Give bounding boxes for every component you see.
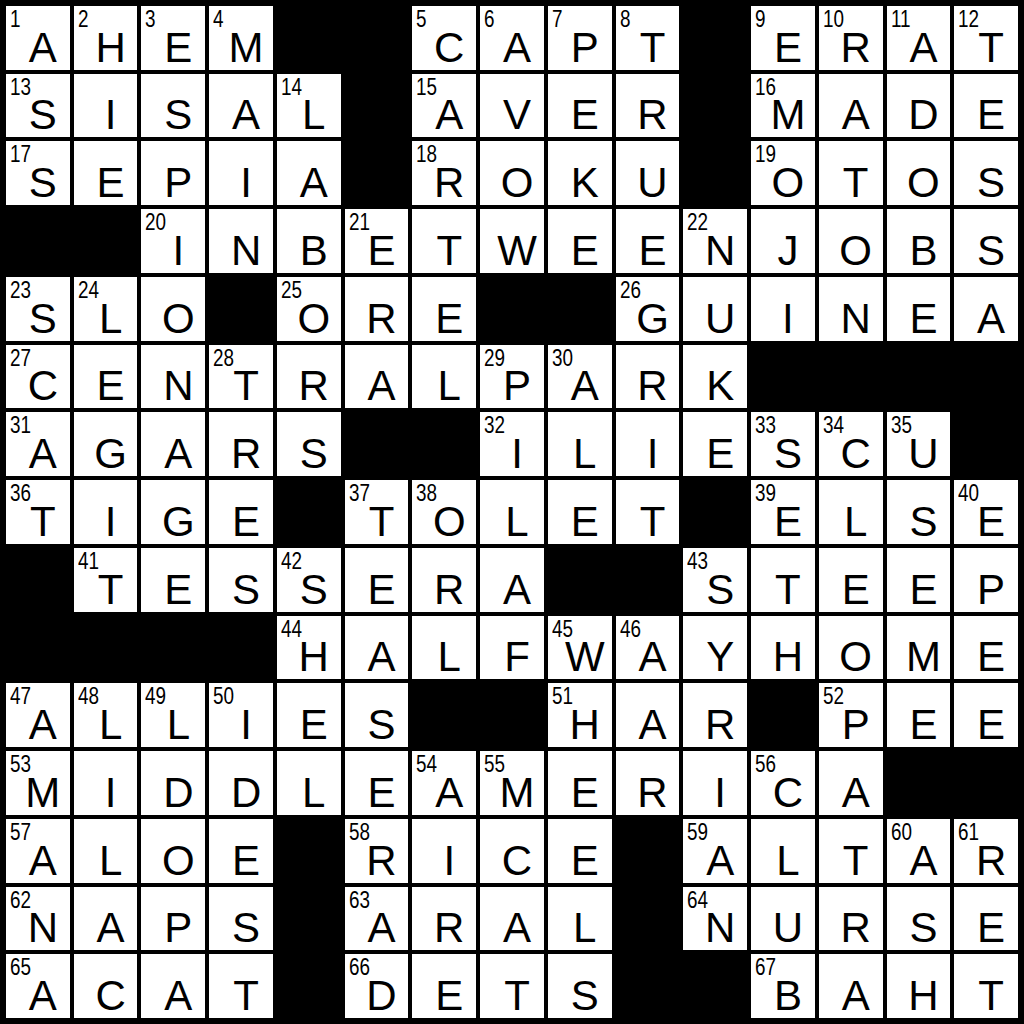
cell-letter: E — [892, 298, 953, 340]
cell-letter: E — [756, 501, 817, 543]
cell-letter: A — [11, 433, 72, 475]
letter-cell-r12c11[interactable]: I — [681, 749, 749, 817]
letter-cell-r14c6[interactable]: 63A — [343, 885, 411, 953]
letter-cell-r8c13[interactable]: L — [817, 478, 885, 546]
letter-cell-r7c5[interactable]: S — [275, 410, 343, 478]
letter-cell-r1c13[interactable]: 10R — [817, 4, 885, 72]
letter-cell-r6c11[interactable]: K — [681, 343, 749, 411]
cell-letter: I — [688, 772, 749, 814]
letter-cell-r15c15[interactable]: T — [952, 952, 1020, 1020]
cell-letter: I — [79, 94, 140, 136]
cell-letter: R — [959, 840, 1020, 882]
letter-cell-r5c3[interactable]: O — [139, 275, 207, 343]
letter-cell-r10c5[interactable]: 44H — [275, 614, 343, 682]
cell-letter: P — [553, 27, 614, 69]
letter-cell-r12c10[interactable]: R — [614, 749, 682, 817]
letter-cell-r12c1[interactable]: 53M — [4, 749, 72, 817]
block-cell — [885, 343, 953, 411]
cell-letter: R — [350, 298, 411, 340]
letter-cell-r13c6[interactable]: 58R — [343, 817, 411, 885]
letter-cell-r5c7[interactable]: E — [410, 275, 478, 343]
letter-cell-r7c2[interactable]: G — [72, 410, 140, 478]
cell-letter: A — [214, 94, 275, 136]
letter-cell-r15c6[interactable]: 66D — [343, 952, 411, 1020]
letter-cell-r5c10[interactable]: 26G — [614, 275, 682, 343]
letter-cell-r6c8[interactable]: 29P — [478, 343, 546, 411]
letter-cell-r13c3[interactable]: O — [139, 817, 207, 885]
letter-cell-r2c3[interactable]: S — [139, 72, 207, 140]
letter-cell-r3c15[interactable]: S — [952, 139, 1020, 207]
letter-cell-r2c10[interactable]: R — [614, 72, 682, 140]
letter-cell-r8c15[interactable]: 40E — [952, 478, 1020, 546]
cell-letter: I — [79, 772, 140, 814]
cell-letter: C — [756, 772, 817, 814]
letter-cell-r4c15[interactable]: S — [952, 207, 1020, 275]
letter-cell-r14c2[interactable]: A — [72, 885, 140, 953]
cell-letter: P — [959, 569, 1020, 611]
cell-letter: L — [485, 501, 546, 543]
letter-cell-r4c12[interactable]: J — [749, 207, 817, 275]
cell-letter: N — [146, 365, 207, 407]
letter-cell-r11c4[interactable]: 50I — [207, 681, 275, 749]
letter-cell-r13c9[interactable]: E — [546, 817, 614, 885]
letter-cell-r7c11[interactable]: E — [681, 410, 749, 478]
cell-letter: E — [892, 704, 953, 746]
letter-cell-r3c3[interactable]: P — [139, 139, 207, 207]
block-cell — [72, 614, 140, 682]
letter-cell-r7c12[interactable]: 33S — [749, 410, 817, 478]
letter-cell-r6c10[interactable]: R — [614, 343, 682, 411]
cell-letter: E — [350, 569, 411, 611]
cell-letter: B — [892, 230, 953, 272]
letter-cell-r6c2[interactable]: E — [72, 343, 140, 411]
letter-cell-r15c4[interactable]: T — [207, 952, 275, 1020]
cell-letter: C — [79, 975, 140, 1017]
letter-cell-r14c8[interactable]: A — [478, 885, 546, 953]
letter-cell-r7c3[interactable]: A — [139, 410, 207, 478]
letter-cell-r4c5[interactable]: B — [275, 207, 343, 275]
letter-cell-r11c1[interactable]: 47A — [4, 681, 72, 749]
letter-cell-r14c7[interactable]: R — [410, 885, 478, 953]
cell-letter: S — [959, 162, 1020, 204]
letter-cell-r5c6[interactable]: R — [343, 275, 411, 343]
letter-cell-r11c5[interactable]: E — [275, 681, 343, 749]
letter-cell-r4c8[interactable]: W — [478, 207, 546, 275]
block-cell — [546, 275, 614, 343]
letter-cell-r11c15[interactable]: E — [952, 681, 1020, 749]
letter-cell-r15c2[interactable]: C — [72, 952, 140, 1020]
letter-cell-r1c1[interactable]: 1A — [4, 4, 72, 72]
letter-cell-r14c3[interactable]: P — [139, 885, 207, 953]
cell-letter: A — [146, 975, 207, 1017]
cell-letter: I — [417, 840, 478, 882]
letter-cell-r11c2[interactable]: 48L — [72, 681, 140, 749]
cell-letter: L — [79, 298, 140, 340]
cell-letter: I — [214, 162, 275, 204]
letter-cell-r4c7[interactable]: T — [410, 207, 478, 275]
cell-letter: I — [621, 433, 682, 475]
cell-letter: I — [79, 501, 140, 543]
cell-letter: R — [282, 365, 343, 407]
letter-cell-r13c1[interactable]: 57A — [4, 817, 72, 885]
letter-cell-r3c9[interactable]: K — [546, 139, 614, 207]
letter-cell-r15c13[interactable]: A — [817, 952, 885, 1020]
letter-cell-r15c12[interactable]: 67B — [749, 952, 817, 1020]
cell-letter: A — [824, 772, 885, 814]
letter-cell-r10c9[interactable]: 45W — [546, 614, 614, 682]
block-cell — [614, 546, 682, 614]
letter-cell-r5c14[interactable]: E — [885, 275, 953, 343]
cell-letter: N — [11, 907, 72, 949]
letter-cell-r12c13[interactable]: A — [817, 749, 885, 817]
letter-cell-r14c9[interactable]: L — [546, 885, 614, 953]
letter-cell-r4c11[interactable]: 22N — [681, 207, 749, 275]
cell-letter: L — [553, 433, 614, 475]
cell-letter: E — [350, 772, 411, 814]
letter-cell-r1c15[interactable]: 12T — [952, 4, 1020, 72]
cell-letter: L — [417, 365, 478, 407]
letter-cell-r7c1[interactable]: 31A — [4, 410, 72, 478]
letter-cell-r6c6[interactable]: A — [343, 343, 411, 411]
letter-cell-r5c15[interactable]: A — [952, 275, 1020, 343]
letter-cell-r4c10[interactable]: E — [614, 207, 682, 275]
cell-letter: A — [824, 975, 885, 1017]
block-cell — [614, 885, 682, 953]
cell-letter: R — [621, 772, 682, 814]
block-cell — [275, 817, 343, 885]
letter-cell-r8c2[interactable]: I — [72, 478, 140, 546]
letter-cell-r9c15[interactable]: P — [952, 546, 1020, 614]
cell-letter: L — [417, 636, 478, 678]
letter-cell-r12c5[interactable]: L — [275, 749, 343, 817]
block-cell — [410, 410, 478, 478]
letter-cell-r1c2[interactable]: 2H — [72, 4, 140, 72]
cell-letter: T — [214, 365, 275, 407]
letter-cell-r12c7[interactable]: 54A — [410, 749, 478, 817]
block-cell — [749, 343, 817, 411]
letter-cell-r9c6[interactable]: E — [343, 546, 411, 614]
cell-letter: T — [824, 162, 885, 204]
letter-cell-r3c8[interactable]: O — [478, 139, 546, 207]
letter-cell-r9c4[interactable]: S — [207, 546, 275, 614]
letter-cell-r11c13[interactable]: 52P — [817, 681, 885, 749]
letter-cell-r15c14[interactable]: H — [885, 952, 953, 1020]
cell-letter: M — [756, 94, 817, 136]
crossword-grid: 1A2H3E4M5C6A7P8T9E10R11A12T13SISA14L15AV… — [0, 0, 1024, 1024]
letter-cell-r11c14[interactable]: E — [885, 681, 953, 749]
letter-cell-r13c8[interactable]: C — [478, 817, 546, 885]
cell-letter: A — [417, 94, 478, 136]
cell-letter: S — [11, 162, 72, 204]
cell-letter: T — [959, 27, 1020, 69]
letter-cell-r14c12[interactable]: U — [749, 885, 817, 953]
letter-cell-r5c13[interactable]: N — [817, 275, 885, 343]
cell-letter: N — [688, 230, 749, 272]
letter-cell-r12c12[interactable]: 56C — [749, 749, 817, 817]
letter-cell-r8c1[interactable]: 36T — [4, 478, 72, 546]
letter-cell-r8c8[interactable]: L — [478, 478, 546, 546]
letter-cell-r4c13[interactable]: O — [817, 207, 885, 275]
cell-letter: I — [756, 298, 817, 340]
cell-letter: S — [11, 94, 72, 136]
letter-cell-r2c12[interactable]: 16M — [749, 72, 817, 140]
cell-letter: T — [417, 230, 478, 272]
letter-cell-r6c7[interactable]: L — [410, 343, 478, 411]
cell-letter: A — [11, 27, 72, 69]
letter-cell-r12c2[interactable]: I — [72, 749, 140, 817]
cell-letter: H — [79, 27, 140, 69]
letter-cell-r7c4[interactable]: R — [207, 410, 275, 478]
letter-cell-r1c3[interactable]: 3E — [139, 4, 207, 72]
cell-letter: A — [485, 569, 546, 611]
cell-letter: E — [417, 975, 478, 1017]
letter-cell-r5c1[interactable]: 23S — [4, 275, 72, 343]
letter-cell-r13c4[interactable]: E — [207, 817, 275, 885]
cell-letter: A — [621, 636, 682, 678]
letter-cell-r9c2[interactable]: 41T — [72, 546, 140, 614]
letter-cell-r1c14[interactable]: 11A — [885, 4, 953, 72]
letter-cell-r9c14[interactable]: E — [885, 546, 953, 614]
block-cell — [343, 72, 411, 140]
letter-cell-r5c11[interactable]: U — [681, 275, 749, 343]
letter-cell-r6c5[interactable]: R — [275, 343, 343, 411]
letter-cell-r2c14[interactable]: D — [885, 72, 953, 140]
letter-cell-r15c7[interactable]: E — [410, 952, 478, 1020]
letter-cell-r13c14[interactable]: 60A — [885, 817, 953, 885]
letter-cell-r2c4[interactable]: A — [207, 72, 275, 140]
letter-cell-r15c9[interactable]: S — [546, 952, 614, 1020]
letter-cell-r1c10[interactable]: 8T — [614, 4, 682, 72]
letter-cell-r10c13[interactable]: O — [817, 614, 885, 682]
cell-letter: R — [350, 840, 411, 882]
letter-cell-r12c4[interactable]: D — [207, 749, 275, 817]
cell-letter: L — [79, 704, 140, 746]
letter-cell-r6c4[interactable]: 28T — [207, 343, 275, 411]
cell-letter: D — [350, 975, 411, 1017]
cell-letter: A — [824, 94, 885, 136]
letter-cell-r11c10[interactable]: A — [614, 681, 682, 749]
letter-cell-r5c5[interactable]: 25O — [275, 275, 343, 343]
letter-cell-r4c6[interactable]: 21E — [343, 207, 411, 275]
letter-cell-r4c9[interactable]: E — [546, 207, 614, 275]
letter-cell-r5c2[interactable]: 24L — [72, 275, 140, 343]
cell-letter: V — [485, 94, 546, 136]
cell-letter: R — [824, 907, 885, 949]
cell-letter: A — [11, 975, 72, 1017]
cell-letter: T — [621, 501, 682, 543]
cell-letter: R — [824, 27, 885, 69]
cell-letter: E — [553, 772, 614, 814]
letter-cell-r9c13[interactable]: E — [817, 546, 885, 614]
letter-cell-r11c6[interactable]: S — [343, 681, 411, 749]
letter-cell-r3c2[interactable]: E — [72, 139, 140, 207]
letter-cell-r8c12[interactable]: 39E — [749, 478, 817, 546]
letter-cell-r15c8[interactable]: T — [478, 952, 546, 1020]
block-cell — [681, 478, 749, 546]
cell-letter: E — [959, 94, 1020, 136]
cell-letter: U — [688, 298, 749, 340]
letter-cell-r14c4[interactable]: S — [207, 885, 275, 953]
letter-cell-r13c7[interactable]: I — [410, 817, 478, 885]
letter-cell-r10c8[interactable]: F — [478, 614, 546, 682]
letter-cell-r8c10[interactable]: T — [614, 478, 682, 546]
cell-letter: E — [824, 569, 885, 611]
letter-cell-r3c4[interactable]: I — [207, 139, 275, 207]
letter-cell-r4c3[interactable]: 20I — [139, 207, 207, 275]
letter-cell-r8c7[interactable]: 38O — [410, 478, 478, 546]
letter-cell-r1c7[interactable]: 5C — [410, 4, 478, 72]
letter-cell-r2c15[interactable]: E — [952, 72, 1020, 140]
letter-cell-r13c11[interactable]: 59A — [681, 817, 749, 885]
cell-letter: P — [146, 907, 207, 949]
letter-cell-r2c9[interactable]: E — [546, 72, 614, 140]
block-cell — [4, 546, 72, 614]
cell-letter: A — [621, 704, 682, 746]
letter-cell-r5c12[interactable]: I — [749, 275, 817, 343]
cell-letter: L — [824, 501, 885, 543]
letter-cell-r3c12[interactable]: 19O — [749, 139, 817, 207]
letter-cell-r1c12[interactable]: 9E — [749, 4, 817, 72]
letter-cell-r14c14[interactable]: S — [885, 885, 953, 953]
cell-letter: E — [688, 433, 749, 475]
block-cell — [817, 343, 885, 411]
cell-letter: J — [756, 230, 817, 272]
letter-cell-r12c9[interactable]: E — [546, 749, 614, 817]
cell-letter: A — [350, 907, 411, 949]
letter-cell-r3c14[interactable]: O — [885, 139, 953, 207]
letter-cell-r9c11[interactable]: 43S — [681, 546, 749, 614]
cell-letter: R — [417, 162, 478, 204]
letter-cell-r8c6[interactable]: 37T — [343, 478, 411, 546]
letter-cell-r14c1[interactable]: 62N — [4, 885, 72, 953]
cell-letter: S — [214, 907, 275, 949]
block-cell — [343, 139, 411, 207]
letter-cell-r9c5[interactable]: 42S — [275, 546, 343, 614]
letter-cell-r13c2[interactable]: L — [72, 817, 140, 885]
cell-letter: A — [959, 298, 1020, 340]
letter-cell-r13c12[interactable]: L — [749, 817, 817, 885]
letter-cell-r11c11[interactable]: R — [681, 681, 749, 749]
cell-letter: E — [892, 569, 953, 611]
cell-letter: A — [282, 162, 343, 204]
cell-letter: W — [553, 636, 614, 678]
letter-cell-r15c3[interactable]: A — [139, 952, 207, 1020]
letter-cell-r2c5[interactable]: 14L — [275, 72, 343, 140]
cell-letter: E — [282, 704, 343, 746]
letter-cell-r14c11[interactable]: 64N — [681, 885, 749, 953]
letter-cell-r10c10[interactable]: 46A — [614, 614, 682, 682]
letter-cell-r1c4[interactable]: 4M — [207, 4, 275, 72]
letter-cell-r1c8[interactable]: 6A — [478, 4, 546, 72]
letter-cell-r14c15[interactable]: E — [952, 885, 1020, 953]
letter-cell-r10c14[interactable]: M — [885, 614, 953, 682]
letter-cell-r13c13[interactable]: T — [817, 817, 885, 885]
letter-cell-r7c10[interactable]: I — [614, 410, 682, 478]
letter-cell-r7c14[interactable]: 35U — [885, 410, 953, 478]
cell-letter: D — [892, 94, 953, 136]
letter-cell-r2c1[interactable]: 13S — [4, 72, 72, 140]
letter-cell-r14c13[interactable]: R — [817, 885, 885, 953]
cell-letter: H — [892, 975, 953, 1017]
cell-letter: B — [282, 230, 343, 272]
cell-letter: S — [892, 501, 953, 543]
cell-letter: E — [553, 840, 614, 882]
letter-cell-r11c9[interactable]: 51H — [546, 681, 614, 749]
letter-cell-r3c5[interactable]: A — [275, 139, 343, 207]
letter-cell-r1c9[interactable]: 7P — [546, 4, 614, 72]
cell-letter: H — [282, 636, 343, 678]
cell-letter: S — [214, 569, 275, 611]
letter-cell-r9c12[interactable]: T — [749, 546, 817, 614]
letter-cell-r12c6[interactable]: E — [343, 749, 411, 817]
letter-cell-r7c13[interactable]: 34C — [817, 410, 885, 478]
letter-cell-r2c2[interactable]: I — [72, 72, 140, 140]
letter-cell-r8c4[interactable]: E — [207, 478, 275, 546]
cell-letter: Y — [688, 636, 749, 678]
letter-cell-r9c8[interactable]: A — [478, 546, 546, 614]
letter-cell-r8c9[interactable]: E — [546, 478, 614, 546]
cell-letter: A — [350, 636, 411, 678]
letter-cell-r7c9[interactable]: L — [546, 410, 614, 478]
letter-cell-r6c1[interactable]: 27C — [4, 343, 72, 411]
letter-cell-r12c8[interactable]: 55M — [478, 749, 546, 817]
letter-cell-r4c14[interactable]: B — [885, 207, 953, 275]
letter-cell-r2c13[interactable]: A — [817, 72, 885, 140]
letter-cell-r10c15[interactable]: E — [952, 614, 1020, 682]
letter-cell-r6c3[interactable]: N — [139, 343, 207, 411]
letter-cell-r15c1[interactable]: 65A — [4, 952, 72, 1020]
cell-letter: S — [350, 704, 411, 746]
cell-letter: A — [146, 433, 207, 475]
letter-cell-r10c7[interactable]: L — [410, 614, 478, 682]
cell-letter: R — [688, 704, 749, 746]
letter-cell-r13c15[interactable]: 61R — [952, 817, 1020, 885]
letter-cell-r2c8[interactable]: V — [478, 72, 546, 140]
cell-letter: E — [553, 94, 614, 136]
letter-cell-r10c12[interactable]: H — [749, 614, 817, 682]
cell-letter: T — [756, 569, 817, 611]
letter-cell-r9c3[interactable]: E — [139, 546, 207, 614]
letter-cell-r12c3[interactable]: D — [139, 749, 207, 817]
letter-cell-r8c14[interactable]: S — [885, 478, 953, 546]
block-cell — [275, 478, 343, 546]
cell-letter: A — [11, 704, 72, 746]
cell-letter: A — [350, 365, 411, 407]
cell-letter: E — [553, 230, 614, 272]
block-cell — [614, 817, 682, 885]
letter-cell-r2c7[interactable]: 15A — [410, 72, 478, 140]
cell-letter: T — [824, 840, 885, 882]
cell-letter: E — [756, 27, 817, 69]
letter-cell-r10c11[interactable]: Y — [681, 614, 749, 682]
cell-letter: E — [417, 298, 478, 340]
letter-cell-r3c10[interactable]: U — [614, 139, 682, 207]
block-cell — [952, 410, 1020, 478]
letter-cell-r7c8[interactable]: 32I — [478, 410, 546, 478]
letter-cell-r3c13[interactable]: T — [817, 139, 885, 207]
cell-letter: G — [79, 433, 140, 475]
letter-cell-r10c6[interactable]: A — [343, 614, 411, 682]
letter-cell-r11c3[interactable]: 49L — [139, 681, 207, 749]
letter-cell-r6c9[interactable]: 30A — [546, 343, 614, 411]
letter-cell-r8c3[interactable]: G — [139, 478, 207, 546]
letter-cell-r9c7[interactable]: R — [410, 546, 478, 614]
letter-cell-r4c4[interactable]: N — [207, 207, 275, 275]
letter-cell-r3c7[interactable]: 18R — [410, 139, 478, 207]
cell-letter: O — [892, 162, 953, 204]
letter-cell-r3c1[interactable]: 17S — [4, 139, 72, 207]
cell-letter: L — [282, 94, 343, 136]
